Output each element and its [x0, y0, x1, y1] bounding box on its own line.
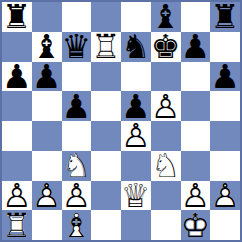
square-g5[interactable]: [181, 91, 211, 121]
piece-white-knight: ♞♘: [151, 151, 181, 181]
piece-white-pawn: ♟♙: [32, 181, 62, 211]
square-e2[interactable]: ♛♕: [121, 181, 151, 211]
square-d4[interactable]: [91, 121, 121, 151]
square-h8[interactable]: ♜: [210, 2, 240, 32]
square-b6[interactable]: ♟: [32, 62, 62, 92]
square-b4[interactable]: [32, 121, 62, 151]
square-f3[interactable]: ♞♘: [151, 151, 181, 181]
piece-black-king: ♚: [151, 32, 181, 62]
piece-white-rook: ♜♖: [91, 32, 121, 62]
square-b1[interactable]: [32, 210, 62, 240]
square-h2[interactable]: ♟♙: [210, 181, 240, 211]
square-d5[interactable]: [91, 91, 121, 121]
square-g4[interactable]: [181, 121, 211, 151]
square-d1[interactable]: [91, 210, 121, 240]
piece-white-rook: ♜♖: [2, 210, 32, 240]
square-g1[interactable]: ♚♔: [181, 210, 211, 240]
piece-white-bishop: ♝♗: [62, 210, 92, 240]
square-a8[interactable]: ♜: [2, 2, 32, 32]
square-b2[interactable]: ♟♙: [32, 181, 62, 211]
square-d3[interactable]: [91, 151, 121, 181]
square-d7[interactable]: ♜♖: [91, 32, 121, 62]
piece-white-pawn: ♟♙: [151, 91, 181, 121]
square-a6[interactable]: ♟: [2, 62, 32, 92]
square-h6[interactable]: ♟: [210, 62, 240, 92]
piece-black-knight: ♞: [121, 32, 151, 62]
piece-black-pawn: ♟: [2, 62, 32, 92]
square-d2[interactable]: [91, 181, 121, 211]
piece-black-rook: ♜: [2, 2, 32, 32]
piece-black-pawn: ♟: [210, 62, 240, 92]
square-c7[interactable]: ♛: [62, 32, 92, 62]
piece-white-king: ♚♔: [181, 210, 211, 240]
square-e7[interactable]: ♞: [121, 32, 151, 62]
square-a5[interactable]: [2, 91, 32, 121]
chess-board: ♜♝♜♝♛♜♖♞♚♟♟♟♟♟♟♟♙♟♙♞♘♞♘♟♙♟♙♟♙♛♕♟♙♟♙♜♖♝♗♚…: [0, 0, 242, 242]
square-d6[interactable]: [91, 62, 121, 92]
piece-white-queen: ♛♕: [121, 181, 151, 211]
square-f5[interactable]: ♟♙: [151, 91, 181, 121]
square-h1[interactable]: [210, 210, 240, 240]
piece-black-pawn: ♟: [62, 91, 92, 121]
piece-white-pawn: ♟♙: [121, 121, 151, 151]
square-g6[interactable]: [181, 62, 211, 92]
piece-black-pawn: ♟: [181, 32, 211, 62]
square-f2[interactable]: [151, 181, 181, 211]
square-a1[interactable]: ♜♖: [2, 210, 32, 240]
piece-white-pawn: ♟♙: [210, 181, 240, 211]
square-c5[interactable]: ♟: [62, 91, 92, 121]
piece-black-rook: ♜: [210, 2, 240, 32]
piece-black-pawn: ♟: [32, 62, 62, 92]
chess-board-wrapper: ♜♝♜♝♛♜♖♞♚♟♟♟♟♟♟♟♙♟♙♞♘♞♘♟♙♟♙♟♙♛♕♟♙♟♙♜♖♝♗♚…: [0, 0, 242, 242]
square-b5[interactable]: [32, 91, 62, 121]
square-h4[interactable]: [210, 121, 240, 151]
square-c1[interactable]: ♝♗: [62, 210, 92, 240]
square-e1[interactable]: [121, 210, 151, 240]
square-f7[interactable]: ♚: [151, 32, 181, 62]
square-e4[interactable]: ♟♙: [121, 121, 151, 151]
square-a4[interactable]: [2, 121, 32, 151]
square-g7[interactable]: ♟: [181, 32, 211, 62]
square-h5[interactable]: [210, 91, 240, 121]
piece-black-queen: ♛: [62, 32, 92, 62]
square-f1[interactable]: [151, 210, 181, 240]
